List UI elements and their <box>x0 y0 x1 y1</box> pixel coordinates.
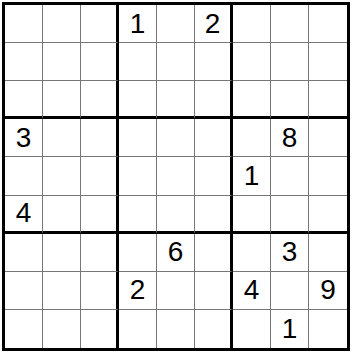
cell-r1c1[interactable] <box>5 5 43 43</box>
cell-r5c1[interactable] <box>5 157 43 195</box>
cell-r7c1[interactable] <box>5 234 43 272</box>
cell-r9c2[interactable] <box>43 310 81 348</box>
cell-r5c7-given[interactable]: 1 <box>233 157 271 195</box>
cell-r5c3[interactable] <box>81 157 119 195</box>
cell-r2c6[interactable] <box>195 43 233 81</box>
sudoku-board: 123814632491 <box>2 2 350 351</box>
cell-r2c1[interactable] <box>5 43 43 81</box>
cell-r7c6[interactable] <box>195 234 233 272</box>
cell-r7c3[interactable] <box>81 234 119 272</box>
cell-r5c4[interactable] <box>119 157 157 195</box>
cell-r9c4[interactable] <box>119 310 157 348</box>
cell-r2c9[interactable] <box>309 43 347 81</box>
cell-r1c5[interactable] <box>157 5 195 43</box>
cell-r8c2[interactable] <box>43 272 81 310</box>
cell-r2c5[interactable] <box>157 43 195 81</box>
cell-r2c7[interactable] <box>233 43 271 81</box>
cell-r4c7[interactable] <box>233 119 271 157</box>
cell-r8c9-given[interactable]: 9 <box>309 272 347 310</box>
cell-r7c7[interactable] <box>233 234 271 272</box>
cell-r1c7[interactable] <box>233 5 271 43</box>
cell-r9c5[interactable] <box>157 310 195 348</box>
cell-r2c4[interactable] <box>119 43 157 81</box>
cell-r6c7[interactable] <box>233 196 271 234</box>
cell-r3c6[interactable] <box>195 81 233 119</box>
cell-r6c2[interactable] <box>43 196 81 234</box>
cell-r2c2[interactable] <box>43 43 81 81</box>
cell-r4c6[interactable] <box>195 119 233 157</box>
cell-r5c8[interactable] <box>271 157 309 195</box>
cell-r2c3[interactable] <box>81 43 119 81</box>
cell-r6c9[interactable] <box>309 196 347 234</box>
cell-r8c6[interactable] <box>195 272 233 310</box>
cell-r3c2[interactable] <box>43 81 81 119</box>
cell-r5c6[interactable] <box>195 157 233 195</box>
cell-r4c1-given[interactable]: 3 <box>5 119 43 157</box>
cell-r9c1[interactable] <box>5 310 43 348</box>
cell-r9c6[interactable] <box>195 310 233 348</box>
cell-r1c9[interactable] <box>309 5 347 43</box>
cell-r9c9[interactable] <box>309 310 347 348</box>
cell-r8c4-given[interactable]: 2 <box>119 272 157 310</box>
cell-r8c1[interactable] <box>5 272 43 310</box>
cell-r6c8[interactable] <box>271 196 309 234</box>
cell-r1c4-given[interactable]: 1 <box>119 5 157 43</box>
cell-r2c8[interactable] <box>271 43 309 81</box>
cell-r4c4[interactable] <box>119 119 157 157</box>
cell-r3c3[interactable] <box>81 81 119 119</box>
cell-r1c2[interactable] <box>43 5 81 43</box>
cell-r6c6[interactable] <box>195 196 233 234</box>
cell-r8c5[interactable] <box>157 272 195 310</box>
page-background: 123814632491 <box>0 0 352 353</box>
cell-r4c2[interactable] <box>43 119 81 157</box>
cell-r4c5[interactable] <box>157 119 195 157</box>
cell-r3c9[interactable] <box>309 81 347 119</box>
cell-r6c4[interactable] <box>119 196 157 234</box>
cell-r9c8-given[interactable]: 1 <box>271 310 309 348</box>
cell-r8c3[interactable] <box>81 272 119 310</box>
cell-r7c2[interactable] <box>43 234 81 272</box>
cell-r6c5[interactable] <box>157 196 195 234</box>
cell-r4c8-given[interactable]: 8 <box>271 119 309 157</box>
cell-r1c6-given[interactable]: 2 <box>195 5 233 43</box>
cell-r7c5-given[interactable]: 6 <box>157 234 195 272</box>
cell-r6c1-given[interactable]: 4 <box>5 196 43 234</box>
cell-r8c8[interactable] <box>271 272 309 310</box>
cell-r1c8[interactable] <box>271 5 309 43</box>
cell-r1c3[interactable] <box>81 5 119 43</box>
cell-r5c9[interactable] <box>309 157 347 195</box>
cell-r5c5[interactable] <box>157 157 195 195</box>
cell-r3c4[interactable] <box>119 81 157 119</box>
cell-r4c9[interactable] <box>309 119 347 157</box>
cell-r7c8-given[interactable]: 3 <box>271 234 309 272</box>
cell-r5c2[interactable] <box>43 157 81 195</box>
cell-r6c3[interactable] <box>81 196 119 234</box>
cell-r7c4[interactable] <box>119 234 157 272</box>
cell-r3c8[interactable] <box>271 81 309 119</box>
cell-r7c9[interactable] <box>309 234 347 272</box>
cell-r3c1[interactable] <box>5 81 43 119</box>
cell-r9c3[interactable] <box>81 310 119 348</box>
cell-r9c7[interactable] <box>233 310 271 348</box>
cell-r4c3[interactable] <box>81 119 119 157</box>
cell-r3c5[interactable] <box>157 81 195 119</box>
cell-r3c7[interactable] <box>233 81 271 119</box>
cell-r8c7-given[interactable]: 4 <box>233 272 271 310</box>
